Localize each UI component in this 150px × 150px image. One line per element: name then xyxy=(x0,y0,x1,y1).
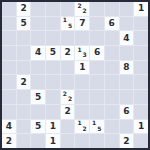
cell-r2c1[interactable] xyxy=(17,31,31,45)
cell-r0c3[interactable] xyxy=(46,2,60,16)
cell-r4c9[interactable] xyxy=(134,61,148,75)
clue-digit: 4 xyxy=(2,120,16,134)
cell-r1c3[interactable] xyxy=(46,17,60,31)
cell-r2c7[interactable] xyxy=(105,31,119,45)
clue-digit: 1 xyxy=(46,134,60,148)
clue-digit-small: 3 xyxy=(83,52,87,58)
cell-r7c9[interactable] xyxy=(134,105,148,119)
tapa-board: 22215157644521361825222645112151212 xyxy=(0,0,150,150)
clue-digit: 1 xyxy=(46,120,60,134)
clue-digit-small: 5 xyxy=(68,23,72,29)
cell-r7c0[interactable] xyxy=(2,105,16,119)
cell-r6c6[interactable] xyxy=(90,90,104,104)
cell-r4c7[interactable] xyxy=(105,61,119,75)
cell-r2c4[interactable] xyxy=(61,31,75,45)
clue-digit-small: 1 xyxy=(77,120,81,126)
cell-r7c3[interactable] xyxy=(46,105,60,119)
cell-r2c9[interactable] xyxy=(134,31,148,45)
cell-r2c6[interactable] xyxy=(90,31,104,45)
cell-r1c4[interactable]: 15 xyxy=(61,17,75,31)
cell-r3c7[interactable] xyxy=(105,46,119,60)
clue-digit: 5 xyxy=(46,46,60,60)
cell-r4c2[interactable] xyxy=(31,61,45,75)
cell-r6c5[interactable] xyxy=(75,90,89,104)
cell-r1c2[interactable] xyxy=(31,17,45,31)
cell-r9c1[interactable] xyxy=(17,134,31,148)
clue-digit: 2 xyxy=(2,134,16,148)
cell-r9c4[interactable] xyxy=(61,134,75,148)
cell-r4c6[interactable] xyxy=(90,61,104,75)
clue-digit: 2 xyxy=(120,134,134,148)
clue-digit: 1 xyxy=(134,120,148,134)
cell-r1c7[interactable]: 6 xyxy=(105,17,119,31)
cell-r8c1[interactable] xyxy=(17,120,31,134)
clue-digit: 7 xyxy=(75,17,89,31)
cell-r7c2[interactable] xyxy=(31,105,45,119)
cell-r7c8[interactable]: 6 xyxy=(120,105,134,119)
cell-r8c6[interactable]: 15 xyxy=(90,120,104,134)
clue-digit: 1 xyxy=(75,61,89,75)
puzzle-grid: 22215157644521361825222645112151212 xyxy=(2,2,148,148)
clue-digit-small: 2 xyxy=(68,96,72,102)
cell-r3c0[interactable] xyxy=(2,46,16,60)
cell-r6c8[interactable] xyxy=(120,90,134,104)
cell-r8c2[interactable]: 5 xyxy=(31,120,45,134)
clue-digit: 6 xyxy=(90,46,104,60)
cell-r4c1[interactable] xyxy=(17,61,31,75)
cell-r5c2[interactable] xyxy=(31,75,45,89)
cell-r2c5[interactable] xyxy=(75,31,89,45)
clue-digit-small: 1 xyxy=(92,120,96,126)
cell-r5c4[interactable] xyxy=(61,75,75,89)
clue-digit: 2 xyxy=(61,46,75,60)
cell-r6c0[interactable] xyxy=(2,90,16,104)
cell-r0c8[interactable] xyxy=(120,2,134,16)
cell-r5c9[interactable] xyxy=(134,75,148,89)
clue-digit: 5 xyxy=(31,90,45,104)
cell-r3c4[interactable]: 2 xyxy=(61,46,75,60)
cell-r2c3[interactable] xyxy=(46,31,60,45)
cell-r3c8[interactable] xyxy=(120,46,134,60)
clue-digit-small: 5 xyxy=(97,126,101,132)
clue-digit: 2 xyxy=(17,2,31,16)
cell-r7c6[interactable] xyxy=(90,105,104,119)
cell-r5c5[interactable] xyxy=(75,75,89,89)
cell-r0c1[interactable]: 2 xyxy=(17,2,31,16)
clue-digit-small: 1 xyxy=(63,17,67,23)
cell-r0c9[interactable]: 1 xyxy=(134,2,148,16)
cell-r6c3[interactable] xyxy=(46,90,60,104)
cell-r7c7[interactable] xyxy=(105,105,119,119)
cell-r4c5[interactable]: 1 xyxy=(75,61,89,75)
cell-r5c7[interactable] xyxy=(105,75,119,89)
cell-r1c8[interactable] xyxy=(120,17,134,31)
cell-r6c4[interactable]: 22 xyxy=(61,90,75,104)
cell-r9c5[interactable] xyxy=(75,134,89,148)
cell-r5c6[interactable] xyxy=(90,75,104,89)
cell-r2c2[interactable] xyxy=(31,31,45,45)
cell-r3c6[interactable]: 6 xyxy=(90,46,104,60)
clue-digit: 1 xyxy=(134,2,148,16)
cell-r3c2[interactable]: 4 xyxy=(31,46,45,60)
cell-r1c1[interactable]: 5 xyxy=(17,17,31,31)
clue-digit: 2 xyxy=(61,105,75,119)
clue-digit-small: 1 xyxy=(77,47,81,53)
cell-r9c6[interactable] xyxy=(90,134,104,148)
cell-r4c4[interactable] xyxy=(61,61,75,75)
cell-r3c5[interactable]: 13 xyxy=(75,46,89,60)
cell-r3c1[interactable] xyxy=(17,46,31,60)
cell-r1c9[interactable] xyxy=(134,17,148,31)
cell-r1c0[interactable] xyxy=(2,17,16,31)
cell-r8c7[interactable] xyxy=(105,120,119,134)
cell-r6c7[interactable] xyxy=(105,90,119,104)
clue-digit: 4 xyxy=(120,31,134,45)
cell-r8c5[interactable]: 12 xyxy=(75,120,89,134)
cell-r5c3[interactable] xyxy=(46,75,60,89)
cell-r5c0[interactable] xyxy=(2,75,16,89)
cell-r6c1[interactable] xyxy=(17,90,31,104)
cell-r9c2[interactable] xyxy=(31,134,45,148)
cell-r5c1[interactable]: 2 xyxy=(17,75,31,89)
cell-r0c6[interactable] xyxy=(90,2,104,16)
cell-r8c4[interactable] xyxy=(61,120,75,134)
cell-r0c7[interactable] xyxy=(105,2,119,16)
clue-digit: 8 xyxy=(120,61,134,75)
cell-r2c0[interactable] xyxy=(2,31,16,45)
clue-digit-small: 2 xyxy=(63,91,67,97)
cell-r9c3[interactable]: 1 xyxy=(46,134,60,148)
cell-r0c4[interactable] xyxy=(61,2,75,16)
cell-r8c3[interactable]: 1 xyxy=(46,120,60,134)
cell-r6c9[interactable] xyxy=(134,90,148,104)
cell-r7c5[interactable] xyxy=(75,105,89,119)
clue-digit-small: 2 xyxy=(77,3,81,9)
cell-r7c4[interactable]: 2 xyxy=(61,105,75,119)
clue-digit: 5 xyxy=(17,17,31,31)
cell-r0c2[interactable] xyxy=(31,2,45,16)
cell-r9c7[interactable] xyxy=(105,134,119,148)
cell-r6c2[interactable]: 5 xyxy=(31,90,45,104)
cell-r0c5[interactable]: 22 xyxy=(75,2,89,16)
clue-digit: 6 xyxy=(105,17,119,31)
cell-r8c0[interactable]: 4 xyxy=(2,120,16,134)
cell-r8c8[interactable] xyxy=(120,120,134,134)
clue-digit: 2 xyxy=(17,75,31,89)
cell-r3c9[interactable] xyxy=(134,46,148,60)
cell-r2c8[interactable]: 4 xyxy=(120,31,134,45)
cell-r0c0[interactable] xyxy=(2,2,16,16)
cell-r4c8[interactable]: 8 xyxy=(120,61,134,75)
clue-digit: 6 xyxy=(120,105,134,119)
clue-digit-small: 2 xyxy=(83,8,87,14)
clue-digit-small: 2 xyxy=(83,126,87,132)
cell-r3c3[interactable]: 5 xyxy=(46,46,60,60)
clue-digit: 5 xyxy=(31,120,45,134)
cell-r1c6[interactable] xyxy=(90,17,104,31)
cell-r4c0[interactable] xyxy=(2,61,16,75)
cell-r4c3[interactable] xyxy=(46,61,60,75)
cell-r8c9[interactable]: 1 xyxy=(134,120,148,134)
cell-r1c5[interactable]: 7 xyxy=(75,17,89,31)
cell-r9c9[interactable] xyxy=(134,134,148,148)
clue-digit: 4 xyxy=(31,46,45,60)
cell-r5c8[interactable] xyxy=(120,75,134,89)
cell-r9c0[interactable]: 2 xyxy=(2,134,16,148)
cell-r9c8[interactable]: 2 xyxy=(120,134,134,148)
cell-r7c1[interactable] xyxy=(17,105,31,119)
